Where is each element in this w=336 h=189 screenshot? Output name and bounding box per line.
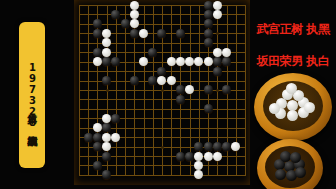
- grid-line-v: [171, 5, 172, 176]
- black-stone[interactable]: [204, 1, 213, 10]
- bowl-white-stone: [269, 103, 280, 114]
- black-stone[interactable]: [204, 104, 213, 113]
- white-stone[interactable]: [204, 57, 213, 66]
- white-stone[interactable]: [194, 170, 203, 179]
- event-title-banner: 1973日本第28期本因坊战: [19, 22, 45, 168]
- white-stone[interactable]: [130, 19, 139, 28]
- black-stone[interactable]: [222, 85, 231, 94]
- white-stone-bowl: [254, 73, 332, 141]
- grid-line-v: [245, 5, 246, 176]
- black-stone[interactable]: [93, 142, 102, 151]
- black-stone[interactable]: [176, 29, 185, 38]
- black-stone[interactable]: [102, 152, 111, 161]
- black-stone[interactable]: [93, 48, 102, 57]
- black-stone[interactable]: [213, 57, 222, 66]
- event-title-text: 1973日本第28期本因坊战: [19, 62, 45, 128]
- white-stone[interactable]: [157, 76, 166, 85]
- star-point: [161, 89, 164, 92]
- black-stone[interactable]: [93, 19, 102, 28]
- white-stone[interactable]: [231, 142, 240, 151]
- black-stone[interactable]: [93, 161, 102, 170]
- bowl-black-stone: [275, 169, 286, 180]
- black-stone[interactable]: [222, 142, 231, 151]
- white-stone[interactable]: [102, 38, 111, 47]
- go-board[interactable]: [74, 0, 250, 185]
- black-stone[interactable]: [204, 142, 213, 151]
- white-stone[interactable]: [139, 29, 148, 38]
- black-stone[interactable]: [176, 85, 185, 94]
- black-stone[interactable]: [130, 29, 139, 38]
- black-stone[interactable]: [121, 19, 130, 28]
- black-stone[interactable]: [111, 114, 120, 123]
- white-stone[interactable]: [185, 57, 194, 66]
- black-stone[interactable]: [157, 67, 166, 76]
- black-stone[interactable]: [204, 38, 213, 47]
- black-stone[interactable]: [185, 152, 194, 161]
- white-stone[interactable]: [213, 1, 222, 10]
- white-stone[interactable]: [204, 152, 213, 161]
- star-point: [106, 89, 109, 92]
- black-stone[interactable]: [111, 10, 120, 19]
- black-stone[interactable]: [102, 57, 111, 66]
- black-stone[interactable]: [111, 57, 120, 66]
- black-stone[interactable]: [176, 152, 185, 161]
- white-stone[interactable]: [111, 133, 120, 142]
- black-stone[interactable]: [148, 76, 157, 85]
- black-stone[interactable]: [157, 29, 166, 38]
- white-stone[interactable]: [102, 114, 111, 123]
- black-stone[interactable]: [93, 29, 102, 38]
- grid-line-h: [79, 165, 246, 166]
- white-stone[interactable]: [102, 48, 111, 57]
- white-stone[interactable]: [102, 133, 111, 142]
- black-stone[interactable]: [213, 142, 222, 151]
- grid-line-h: [79, 109, 246, 110]
- grid-line-h: [79, 99, 246, 100]
- white-stone[interactable]: [213, 48, 222, 57]
- white-stone[interactable]: [102, 29, 111, 38]
- black-stone[interactable]: [102, 76, 111, 85]
- black-stone[interactable]: [102, 123, 111, 132]
- bowl-white-stone: [287, 110, 298, 121]
- black-stone[interactable]: [213, 67, 222, 76]
- white-stone[interactable]: [139, 57, 148, 66]
- white-stone-bowl-opening: [263, 81, 323, 131]
- white-stone[interactable]: [176, 57, 185, 66]
- black-stone[interactable]: [102, 170, 111, 179]
- black-player-caption: 武宫正树 执黑: [250, 21, 336, 38]
- star-point: [216, 32, 219, 35]
- black-stone[interactable]: [204, 19, 213, 28]
- white-stone[interactable]: [185, 85, 194, 94]
- black-stone[interactable]: [204, 10, 213, 19]
- black-stone[interactable]: [222, 57, 231, 66]
- white-player-caption: 坂田荣男 执白: [250, 53, 336, 70]
- bowl-white-stone: [286, 83, 297, 94]
- white-stone[interactable]: [130, 10, 139, 19]
- white-stone[interactable]: [130, 1, 139, 10]
- black-stone[interactable]: [130, 76, 139, 85]
- black-stone-bowl-opening: [265, 146, 315, 188]
- black-stone[interactable]: [84, 133, 93, 142]
- white-stone[interactable]: [194, 161, 203, 170]
- bowl-black-stone: [290, 152, 301, 163]
- white-stone[interactable]: [194, 57, 203, 66]
- black-stone[interactable]: [194, 142, 203, 151]
- bowl-white-stone: [304, 102, 315, 113]
- black-stone[interactable]: [204, 85, 213, 94]
- screenshot-root: 1973日本第28期本因坊战 武宫正树 执黑 坂田荣男 执白: [0, 0, 336, 189]
- white-stone[interactable]: [167, 76, 176, 85]
- white-stone[interactable]: [213, 152, 222, 161]
- white-stone[interactable]: [167, 57, 176, 66]
- white-stone[interactable]: [93, 123, 102, 132]
- white-stone[interactable]: [102, 142, 111, 151]
- black-stone[interactable]: [176, 95, 185, 104]
- black-stone[interactable]: [148, 48, 157, 57]
- bowl-black-stone: [295, 167, 306, 178]
- black-stone[interactable]: [93, 133, 102, 142]
- star-point: [161, 146, 164, 149]
- black-stone-bowl: [257, 139, 323, 189]
- white-stone[interactable]: [93, 57, 102, 66]
- black-stone[interactable]: [204, 29, 213, 38]
- white-stone[interactable]: [194, 152, 203, 161]
- star-point: [216, 89, 219, 92]
- white-stone[interactable]: [213, 10, 222, 19]
- white-stone[interactable]: [222, 48, 231, 57]
